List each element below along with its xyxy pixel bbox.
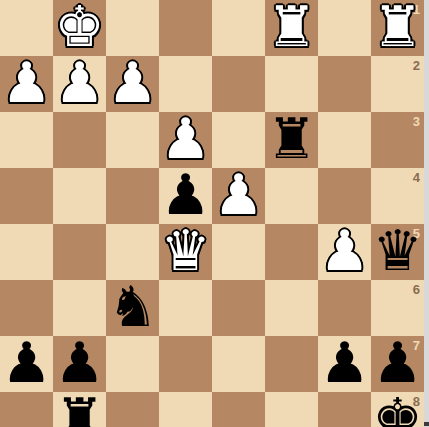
square-b2[interactable] (318, 56, 371, 112)
square-g4[interactable] (53, 168, 106, 224)
square-c3[interactable]: ♜ (265, 112, 318, 168)
rank-label-3: 3 (413, 114, 420, 129)
piece-black-knight-f6[interactable]: ♞ (107, 279, 157, 335)
square-f1[interactable] (106, 0, 159, 56)
piece-white-pawn-b5[interactable]: ♟ (319, 223, 369, 279)
piece-black-pawn-b7[interactable]: ♟ (319, 335, 369, 391)
piece-black-rook-c3[interactable]: ♜ (266, 111, 316, 167)
rank-label-6: 6 (413, 282, 420, 297)
square-g6[interactable] (53, 280, 106, 336)
square-d4[interactable]: ♟ (212, 168, 265, 224)
square-c4[interactable] (265, 168, 318, 224)
piece-white-rook-c1[interactable]: ♜ (266, 0, 316, 55)
piece-black-pawn-a7[interactable]: ♟ (372, 335, 422, 391)
square-c2[interactable] (265, 56, 318, 112)
square-b6[interactable] (318, 280, 371, 336)
square-d7[interactable] (212, 336, 265, 392)
rank-label-4: 4 (413, 170, 420, 185)
piece-white-king-g1[interactable]: ♚ (54, 0, 104, 55)
piece-white-pawn-g2[interactable]: ♟ (54, 55, 104, 111)
square-e5[interactable]: ♛ (159, 224, 212, 280)
square-e3[interactable]: ♟ (159, 112, 212, 168)
board-area: ♚♜1♜♟♟♟2♟♜3♟♟4♛♟5♛♞6♟♟♟7♟hg♜fedcb8a♚ (0, 0, 429, 422)
square-c5[interactable] (265, 224, 318, 280)
square-f7[interactable] (106, 336, 159, 392)
square-e8[interactable]: e (159, 392, 212, 427)
square-g7[interactable]: ♟ (53, 336, 106, 392)
rank-label-2: 2 (413, 58, 420, 73)
square-a1[interactable]: 1♜ (371, 0, 424, 56)
piece-white-pawn-e3[interactable]: ♟ (160, 111, 210, 167)
square-c7[interactable] (265, 336, 318, 392)
square-f3[interactable] (106, 112, 159, 168)
square-h7[interactable]: ♟ (0, 336, 53, 392)
square-h6[interactable] (0, 280, 53, 336)
square-h2[interactable]: ♟ (0, 56, 53, 112)
square-e7[interactable] (159, 336, 212, 392)
chess-app-window: ♚♜1♜♟♟♟2♟♜3♟♟4♛♟5♛♞6♟♟♟7♟hg♜fedcb8a♚ (0, 0, 429, 427)
square-h5[interactable] (0, 224, 53, 280)
piece-white-rook-a1[interactable]: ♜ (372, 0, 422, 55)
square-e1[interactable] (159, 0, 212, 56)
square-f2[interactable]: ♟ (106, 56, 159, 112)
piece-black-king-a8[interactable]: ♚ (372, 391, 422, 427)
square-h4[interactable] (0, 168, 53, 224)
piece-black-pawn-h7[interactable]: ♟ (1, 335, 51, 391)
square-g8[interactable]: g♜ (53, 392, 106, 427)
square-c6[interactable] (265, 280, 318, 336)
piece-white-pawn-d4[interactable]: ♟ (213, 167, 263, 223)
piece-black-pawn-g7[interactable]: ♟ (54, 335, 104, 391)
square-f6[interactable]: ♞ (106, 280, 159, 336)
square-b3[interactable] (318, 112, 371, 168)
piece-black-pawn-e4[interactable]: ♟ (160, 167, 210, 223)
window-edge-strip-right (424, 0, 429, 422)
square-f8[interactable]: f (106, 392, 159, 427)
square-f4[interactable] (106, 168, 159, 224)
square-e4[interactable]: ♟ (159, 168, 212, 224)
square-g1[interactable]: ♚ (53, 0, 106, 56)
square-e6[interactable] (159, 280, 212, 336)
piece-black-queen-a5[interactable]: ♛ (372, 223, 422, 279)
square-b4[interactable] (318, 168, 371, 224)
square-a6[interactable]: 6 (371, 280, 424, 336)
piece-black-rook-g8[interactable]: ♜ (54, 391, 104, 427)
piece-white-queen-e5[interactable]: ♛ (160, 223, 210, 279)
square-h3[interactable] (0, 112, 53, 168)
square-h1[interactable] (0, 0, 53, 56)
square-c1[interactable]: ♜ (265, 0, 318, 56)
square-a8[interactable]: 8a♚ (371, 392, 424, 427)
square-a5[interactable]: 5♛ (371, 224, 424, 280)
square-g5[interactable] (53, 224, 106, 280)
square-f5[interactable] (106, 224, 159, 280)
square-a3[interactable]: 3 (371, 112, 424, 168)
square-a7[interactable]: 7♟ (371, 336, 424, 392)
square-d3[interactable] (212, 112, 265, 168)
square-e2[interactable] (159, 56, 212, 112)
square-h8[interactable]: h (0, 392, 53, 427)
square-b1[interactable] (318, 0, 371, 56)
square-a2[interactable]: 2 (371, 56, 424, 112)
piece-white-pawn-h2[interactable]: ♟ (1, 55, 51, 111)
square-d1[interactable] (212, 0, 265, 56)
piece-white-pawn-f2[interactable]: ♟ (107, 55, 157, 111)
square-d8[interactable]: d (212, 392, 265, 427)
square-g3[interactable] (53, 112, 106, 168)
square-b5[interactable]: ♟ (318, 224, 371, 280)
square-d2[interactable] (212, 56, 265, 112)
square-a4[interactable]: 4 (371, 168, 424, 224)
chess-board: ♚♜1♜♟♟♟2♟♜3♟♟4♛♟5♛♞6♟♟♟7♟hg♜fedcb8a♚ (0, 0, 424, 422)
square-g2[interactable]: ♟ (53, 56, 106, 112)
square-d6[interactable] (212, 280, 265, 336)
square-d5[interactable] (212, 224, 265, 280)
square-b7[interactable]: ♟ (318, 336, 371, 392)
square-b8[interactable]: b (318, 392, 371, 427)
square-c8[interactable]: c (265, 392, 318, 427)
